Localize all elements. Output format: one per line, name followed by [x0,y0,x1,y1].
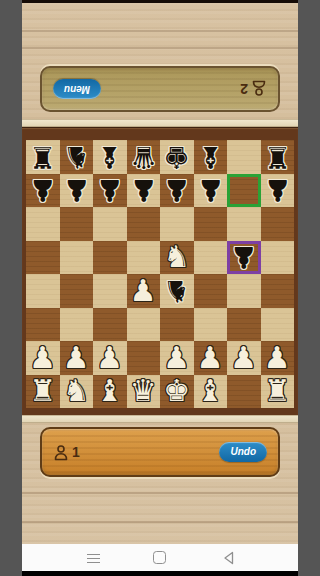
square-a6[interactable] [26,207,60,241]
black-knight: ♞ [63,142,90,172]
black-queen: ♛ [130,142,157,172]
square-g7[interactable] [227,174,261,208]
black-pawn: ♟ [197,175,224,205]
square-c8[interactable]: ♝ [93,140,127,174]
gesture-strip [22,571,298,576]
white-pawn: ♟ [29,343,56,373]
square-b2[interactable]: ♟ [60,341,94,375]
square-g6[interactable] [227,207,261,241]
white-pawn: ♟ [96,343,123,373]
square-a3[interactable] [26,308,60,342]
board-bottom-edge [22,415,298,423]
square-g5[interactable]: ♟ [227,241,261,275]
square-f4[interactable] [194,274,228,308]
square-d5[interactable] [127,241,161,275]
undo-button[interactable]: Undo [219,442,267,462]
square-g1[interactable] [227,375,261,409]
square-c7[interactable]: ♟ [93,174,127,208]
square-h8[interactable]: ♜ [261,140,295,174]
square-h1[interactable]: ♜ [261,375,295,409]
square-b7[interactable]: ♟ [60,174,94,208]
square-g4[interactable] [227,274,261,308]
square-b4[interactable] [60,274,94,308]
black-bishop: ♝ [197,142,224,172]
square-f6[interactable] [194,207,228,241]
wood-plank-line [22,30,298,32]
white-knight: ♞ [163,242,190,272]
wood-plank-line [22,492,298,494]
square-a8[interactable]: ♜ [26,140,60,174]
white-pawn: ♟ [230,343,257,373]
square-d3[interactable] [127,308,161,342]
white-pawn: ♟ [264,343,291,373]
black-pawn: ♟ [63,175,90,205]
white-rook: ♜ [29,376,56,406]
square-b5[interactable] [60,241,94,275]
square-b3[interactable] [60,308,94,342]
white-bishop: ♝ [197,376,224,406]
player1-tag: 1 [53,444,80,461]
board-top-edge [22,119,298,127]
square-d6[interactable] [127,207,161,241]
square-f8[interactable]: ♝ [194,140,228,174]
white-rook: ♜ [264,376,291,406]
recent-apps-icon[interactable] [87,551,100,566]
white-pawn: ♟ [63,343,90,373]
square-d4[interactable]: ♟ [127,274,161,308]
square-f5[interactable] [194,241,228,275]
square-c4[interactable] [93,274,127,308]
white-king: ♚ [163,376,190,406]
wood-plank-line [22,47,298,49]
square-a5[interactable] [26,241,60,275]
black-king: ♚ [163,142,190,172]
black-pawn: ♟ [264,175,291,205]
square-f2[interactable]: ♟ [194,341,228,375]
square-b1[interactable]: ♞ [60,375,94,409]
square-h3[interactable] [261,308,295,342]
square-g2[interactable]: ♟ [227,341,261,375]
home-icon[interactable] [153,551,166,564]
black-pawn: ♟ [163,175,190,205]
board-frame: ♜♞♝♛♚♝♜♟♟♟♟♟♟♟♞♟♟♞♟♟♟♟♟♟♟♜♞♝♛♚♝♜ [22,127,298,415]
square-a2[interactable]: ♟ [26,341,60,375]
player2-tag: 2 [240,81,267,98]
square-f1[interactable]: ♝ [194,375,228,409]
black-pawn: ♟ [130,175,157,205]
white-pawn: ♟ [163,343,190,373]
white-bishop: ♝ [96,376,123,406]
square-a1[interactable]: ♜ [26,375,60,409]
square-h7[interactable]: ♟ [261,174,295,208]
square-c3[interactable] [93,308,127,342]
square-g8[interactable] [227,140,261,174]
menu-button[interactable]: Menu [53,79,101,99]
black-pawn: ♟ [29,175,56,205]
square-e5[interactable]: ♞ [160,241,194,275]
player2-bar: 2 Menu [40,66,280,112]
square-a4[interactable] [26,274,60,308]
player2-icon [251,81,267,98]
square-f7[interactable]: ♟ [194,174,228,208]
wood-plank-line [22,521,298,523]
black-bishop: ♝ [96,142,123,172]
square-e6[interactable] [160,207,194,241]
back-icon[interactable] [222,551,236,565]
square-h6[interactable] [261,207,295,241]
square-c1[interactable]: ♝ [93,375,127,409]
square-c5[interactable] [93,241,127,275]
square-h5[interactable] [261,241,295,275]
black-pawn: ♟ [96,175,123,205]
square-d8[interactable]: ♛ [127,140,161,174]
black-rook: ♜ [264,142,291,172]
black-pawn: ♟ [230,242,257,272]
square-c6[interactable] [93,207,127,241]
square-e3[interactable] [160,308,194,342]
white-pawn: ♟ [130,276,157,306]
square-h4[interactable] [261,274,295,308]
square-e4[interactable]: ♞ [160,274,194,308]
player2-number: 2 [240,81,248,97]
chess-board: ♜♞♝♛♚♝♜♟♟♟♟♟♟♟♞♟♟♞♟♟♟♟♟♟♟♜♞♝♛♚♝♜ [26,140,294,408]
square-b8[interactable]: ♞ [60,140,94,174]
square-g3[interactable] [227,308,261,342]
android-nav-bar [22,544,298,571]
phone-screen: 2 Menu ♜♞♝♛♚♝♜♟♟♟♟♟♟♟♞♟♟♞♟♟♟♟♟♟♟♜♞♝♛♚♝♜ … [22,0,298,576]
square-e8[interactable]: ♚ [160,140,194,174]
player1-bar: 1 Undo [40,427,280,477]
status-bar [22,0,298,3]
white-pawn: ♟ [197,343,224,373]
square-h2[interactable]: ♟ [261,341,295,375]
square-e2[interactable]: ♟ [160,341,194,375]
square-d2[interactable] [127,341,161,375]
square-a7[interactable]: ♟ [26,174,60,208]
square-b6[interactable] [60,207,94,241]
player1-icon [53,444,69,461]
black-knight: ♞ [163,276,190,306]
white-knight: ♞ [63,376,90,406]
square-d1[interactable]: ♛ [127,375,161,409]
square-f3[interactable] [194,308,228,342]
square-d7[interactable]: ♟ [127,174,161,208]
black-rook: ♜ [29,142,56,172]
player1-number: 1 [72,444,80,460]
square-e7[interactable]: ♟ [160,174,194,208]
square-c2[interactable]: ♟ [93,341,127,375]
square-e1[interactable]: ♚ [160,375,194,409]
white-queen: ♛ [130,376,157,406]
